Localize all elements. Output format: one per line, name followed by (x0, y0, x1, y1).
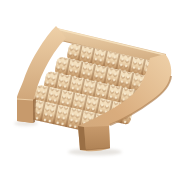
foot-massager-illustration (0, 0, 175, 175)
left-rail-end-block (17, 99, 34, 123)
right-rail-end-block-front (84, 126, 110, 150)
product-photo (0, 0, 175, 175)
